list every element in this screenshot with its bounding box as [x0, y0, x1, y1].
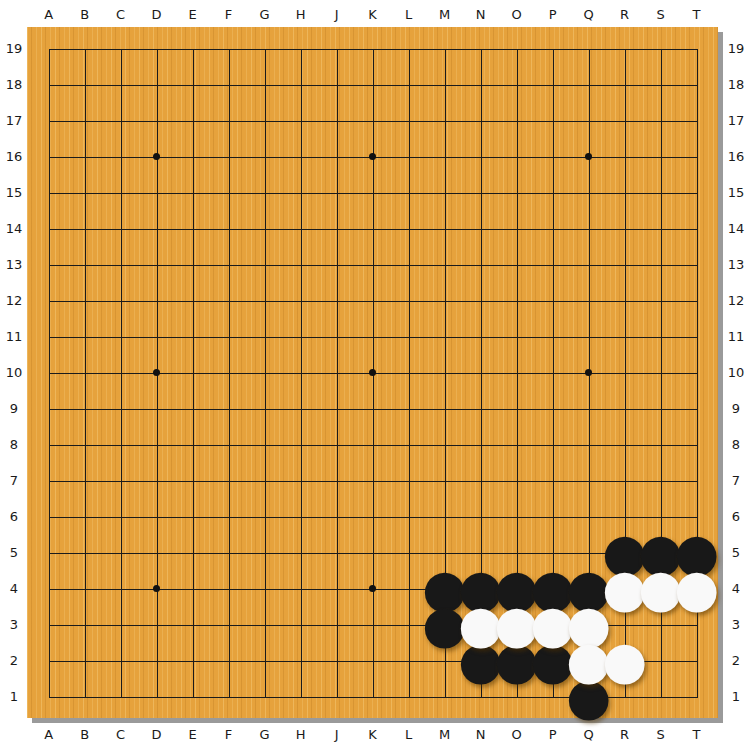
- column-label-top: K: [364, 6, 382, 24]
- row-label-left: 7: [5, 472, 23, 490]
- column-label-bottom: L: [400, 726, 418, 744]
- column-label-top: E: [184, 6, 202, 24]
- row-label-left: 14: [5, 220, 23, 238]
- row-label-left: 18: [5, 76, 23, 94]
- star-point: [153, 585, 160, 592]
- column-label-bottom: H: [292, 726, 310, 744]
- row-label-right: 10: [727, 364, 745, 382]
- row-label-right: 12: [727, 292, 745, 310]
- column-label-bottom: E: [184, 726, 202, 744]
- white-stone[interactable]: ●: [678, 570, 715, 607]
- row-label-right: 3: [727, 616, 745, 634]
- row-label-left: 1: [5, 688, 23, 706]
- grid-line-horizontal: [49, 481, 698, 482]
- column-label-bottom: M: [436, 726, 454, 744]
- column-label-top: Q: [580, 6, 598, 24]
- column-label-bottom: K: [364, 726, 382, 744]
- row-label-right: 14: [727, 220, 745, 238]
- star-point: [153, 369, 160, 376]
- row-label-left: 9: [5, 400, 23, 418]
- row-label-right: 15: [727, 184, 745, 202]
- row-label-left: 19: [5, 40, 23, 58]
- column-label-top: P: [544, 6, 562, 24]
- row-label-right: 8: [727, 436, 745, 454]
- star-point: [585, 369, 592, 376]
- star-point: [369, 153, 376, 160]
- column-label-top: J: [328, 6, 346, 24]
- row-label-left: 16: [5, 148, 23, 166]
- star-point: [369, 369, 376, 376]
- column-label-bottom: N: [472, 726, 490, 744]
- grid-line-horizontal: [49, 445, 698, 446]
- row-label-left: 12: [5, 292, 23, 310]
- column-label-bottom: P: [544, 726, 562, 744]
- go-board[interactable]: ●●●●●●●●●●●●●●●●●●●●●●: [27, 27, 718, 718]
- row-label-right: 16: [727, 148, 745, 166]
- column-label-top: N: [472, 6, 490, 24]
- star-point: [153, 153, 160, 160]
- grid-line-horizontal: [49, 517, 698, 518]
- row-label-right: 11: [727, 328, 745, 346]
- row-label-left: 10: [5, 364, 23, 382]
- column-label-bottom: D: [148, 726, 166, 744]
- column-label-top: S: [652, 6, 670, 24]
- row-label-left: 8: [5, 436, 23, 454]
- column-label-top: A: [40, 6, 58, 24]
- column-label-top: F: [220, 6, 238, 24]
- row-label-right: 9: [727, 400, 745, 418]
- column-label-top: G: [256, 6, 274, 24]
- row-label-right: 7: [727, 472, 745, 490]
- row-label-left: 11: [5, 328, 23, 346]
- grid-line-horizontal: [49, 409, 698, 410]
- column-label-bottom: A: [40, 726, 58, 744]
- row-label-right: 1: [727, 688, 745, 706]
- row-label-left: 15: [5, 184, 23, 202]
- row-label-left: 13: [5, 256, 23, 274]
- column-label-top: D: [148, 6, 166, 24]
- column-label-bottom: F: [220, 726, 238, 744]
- row-label-right: 19: [727, 40, 745, 58]
- column-label-top: C: [112, 6, 130, 24]
- column-label-top: H: [292, 6, 310, 24]
- row-label-left: 17: [5, 112, 23, 130]
- column-label-top: R: [616, 6, 634, 24]
- row-label-right: 17: [727, 112, 745, 130]
- row-label-left: 5: [5, 544, 23, 562]
- column-label-top: O: [508, 6, 526, 24]
- row-label-right: 2: [727, 652, 745, 670]
- column-label-top: T: [688, 6, 706, 24]
- column-label-bottom: Q: [580, 726, 598, 744]
- column-label-bottom: B: [76, 726, 94, 744]
- column-label-top: L: [400, 6, 418, 24]
- grid-line-horizontal: [49, 553, 698, 554]
- column-label-bottom: C: [112, 726, 130, 744]
- row-label-right: 5: [727, 544, 745, 562]
- column-label-bottom: S: [652, 726, 670, 744]
- page: ●●●●●●●●●●●●●●●●●●●●●● AABBCCDDEEFFGGHHJ…: [0, 0, 750, 750]
- column-label-bottom: R: [616, 726, 634, 744]
- grid-line-vertical: [409, 49, 410, 698]
- row-label-left: 6: [5, 508, 23, 526]
- column-label-bottom: O: [508, 726, 526, 744]
- star-point: [585, 153, 592, 160]
- row-label-left: 2: [5, 652, 23, 670]
- star-point: [369, 585, 376, 592]
- column-label-bottom: T: [688, 726, 706, 744]
- row-label-left: 3: [5, 616, 23, 634]
- column-label-top: M: [436, 6, 454, 24]
- row-label-right: 18: [727, 76, 745, 94]
- white-stone[interactable]: ●: [606, 642, 643, 679]
- row-label-left: 4: [5, 580, 23, 598]
- row-label-right: 6: [727, 508, 745, 526]
- column-label-bottom: G: [256, 726, 274, 744]
- row-label-right: 13: [727, 256, 745, 274]
- row-label-right: 4: [727, 580, 745, 598]
- column-label-top: B: [76, 6, 94, 24]
- column-label-bottom: J: [328, 726, 346, 744]
